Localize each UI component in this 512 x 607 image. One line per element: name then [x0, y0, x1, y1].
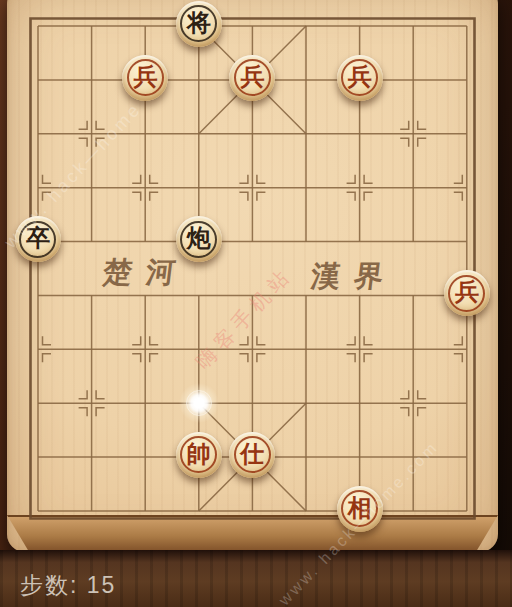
- piece-red-6-9[interactable]: 相: [337, 486, 383, 532]
- cell-8-5: 兵: [440, 268, 494, 322]
- piece-character: 帥: [187, 442, 211, 466]
- piece-red-8-5[interactable]: 兵: [444, 270, 490, 316]
- piece-red-6-1[interactable]: 兵: [337, 55, 383, 101]
- piece-red-3-8[interactable]: 帥: [176, 432, 222, 478]
- piece-red-4-1[interactable]: 兵: [229, 55, 275, 101]
- cell-6-1: 兵: [333, 53, 387, 107]
- piece-red-4-8[interactable]: 仕: [229, 432, 275, 478]
- cell-6-9: 相: [333, 484, 387, 538]
- piece-character: 兵: [455, 280, 479, 304]
- cell-4-8: 仕: [226, 430, 280, 484]
- piece-character: 仕: [240, 442, 264, 466]
- piece-red-2-1[interactable]: 兵: [122, 55, 168, 101]
- piece-black-3-0[interactable]: 将: [176, 1, 222, 47]
- move-counter: 步数: 15: [20, 570, 116, 601]
- piece-character: 兵: [133, 65, 157, 89]
- piece-character: 相: [348, 496, 372, 520]
- move-highlight: [177, 381, 221, 425]
- xiangqi-app: 楚河 漢界 将兵兵兵卒炮兵帥仕相 步数: 15 www. hack—home嗨客…: [0, 0, 512, 607]
- piece-character: 卒: [26, 226, 50, 250]
- piece-character: 兵: [348, 65, 372, 89]
- cell-3-8: 帥: [172, 430, 226, 484]
- piece-character: 炮: [187, 226, 211, 250]
- highlight-cell: [172, 376, 226, 430]
- piece-character: 将: [187, 11, 211, 35]
- cell-3-0: 将: [172, 0, 226, 53]
- piece-black-3-4[interactable]: 炮: [176, 216, 222, 262]
- cell-0-4: 卒: [11, 215, 65, 269]
- piece-grid[interactable]: 将兵兵兵卒炮兵帥仕相: [11, 0, 493, 538]
- status-bar: 步数: 15: [0, 550, 512, 607]
- piece-character: 兵: [240, 65, 264, 89]
- cell-4-1: 兵: [226, 53, 280, 107]
- piece-black-0-4[interactable]: 卒: [15, 216, 61, 262]
- cell-3-4: 炮: [172, 215, 226, 269]
- cell-2-1: 兵: [118, 53, 172, 107]
